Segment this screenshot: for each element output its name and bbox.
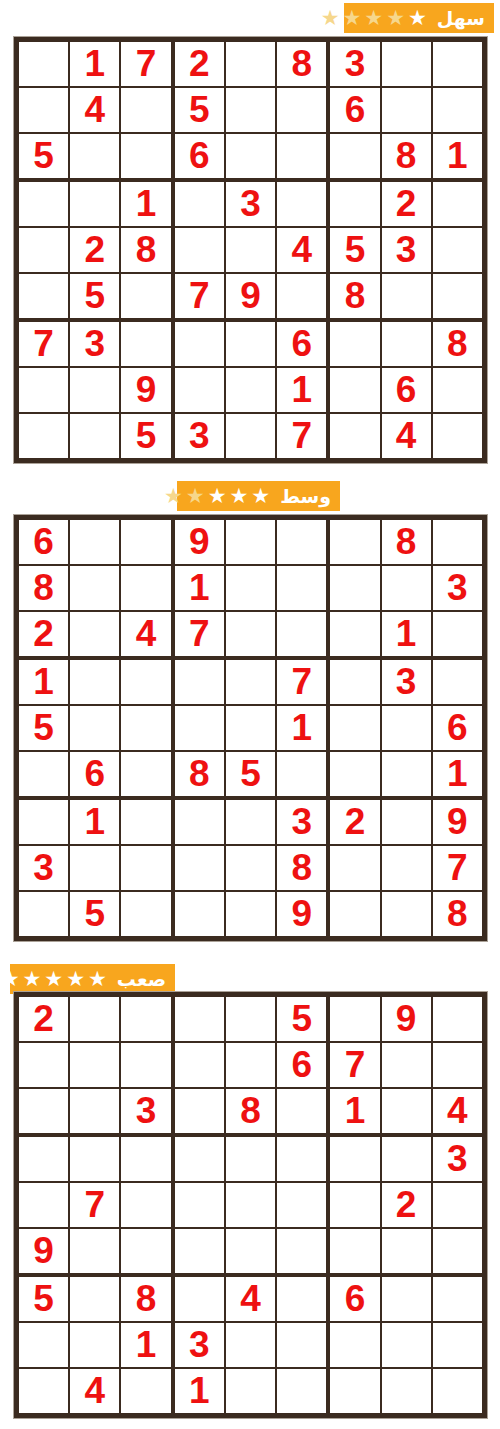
sudoku-block: 6	[330, 1277, 482, 1413]
cell-r9c3-empty	[121, 892, 170, 936]
cell-r6c5-given: 5	[226, 752, 275, 796]
sudoku-block: 32	[330, 1137, 482, 1273]
star-inactive-icon: ★	[386, 3, 405, 33]
cell-r5c9-empty	[433, 1183, 482, 1227]
cell-r5c6-given: 4	[277, 228, 326, 272]
cell-r5c8-empty	[382, 706, 431, 750]
cell-r9c7-empty	[330, 1369, 379, 1413]
cell-r4c3-empty	[121, 1137, 170, 1181]
star-filled-icon: ★	[44, 964, 63, 994]
cell-r6c1-empty	[19, 274, 68, 318]
cell-r1c6-empty	[277, 520, 326, 564]
sudoku-block: 3479	[175, 182, 327, 318]
cell-r6c7-empty	[330, 1229, 379, 1273]
cell-r3c3-empty	[121, 134, 170, 178]
cell-r8c4-given: 3	[175, 1323, 224, 1367]
cell-r5c1-given: 5	[19, 706, 68, 750]
star-filled-icon: ★	[230, 481, 249, 511]
sudoku-block: 2978	[330, 800, 482, 936]
cell-r7c8-empty	[382, 1277, 431, 1321]
cell-r2c8-empty	[382, 88, 431, 132]
cell-r1c1-given: 6	[19, 520, 68, 564]
star-inactive-icon: ★	[164, 481, 183, 511]
cell-r5c1-empty	[19, 1183, 68, 1227]
cell-r8c5-empty	[226, 846, 275, 890]
cell-r4c3-given: 1	[121, 182, 170, 226]
cell-r7c9-given: 8	[433, 322, 482, 366]
cell-r5c3-given: 8	[121, 228, 170, 272]
cell-r1c3-empty	[121, 997, 170, 1041]
cell-r6c3-empty	[121, 274, 170, 318]
cell-r7c4-empty	[175, 1277, 224, 1321]
cell-r8c7-empty	[330, 846, 379, 890]
cell-r1c3-empty	[121, 520, 170, 564]
cell-r1c1-empty	[19, 42, 68, 86]
cell-r2c2-empty	[70, 1043, 119, 1087]
cell-r2c7-given: 7	[330, 1043, 379, 1087]
cell-r3c7-given: 1	[330, 1089, 379, 1133]
cell-r2c5-empty	[226, 566, 275, 610]
star-inactive-icon: ★	[321, 3, 340, 33]
cell-r4c4-empty	[175, 660, 224, 704]
cell-r7c9-empty	[433, 1277, 482, 1321]
cell-r6c8-empty	[382, 274, 431, 318]
cell-r4c6-empty	[277, 182, 326, 226]
cell-r8c1-empty	[19, 368, 68, 412]
sudoku-block: 3681	[330, 42, 482, 178]
cell-r6c4-empty	[175, 1229, 224, 1273]
cell-r5c7-empty	[330, 1183, 379, 1227]
cell-r9c3-empty	[121, 1369, 170, 1413]
cell-r8c8-empty	[382, 1323, 431, 1367]
cell-r6c6-empty	[277, 1229, 326, 1273]
cell-r8c2-empty	[70, 368, 119, 412]
cell-r9c7-empty	[330, 892, 379, 936]
cell-r4c8-given: 3	[382, 660, 431, 704]
cell-r1c5-empty	[226, 42, 275, 86]
cell-r1c7-given: 3	[330, 42, 379, 86]
cell-r1c4-empty	[175, 997, 224, 1041]
cell-r3c6-empty	[277, 612, 326, 656]
cell-r6c4-given: 8	[175, 752, 224, 796]
cell-r3c8-empty	[382, 1089, 431, 1133]
cell-r7c9-given: 9	[433, 800, 482, 844]
cell-r5c4-empty	[175, 706, 224, 750]
cell-r1c8-empty	[382, 42, 431, 86]
sudoku-block: 2538	[330, 182, 482, 318]
cell-r1c6-given: 5	[277, 997, 326, 1041]
cell-r8c1-given: 3	[19, 846, 68, 890]
sudoku-grid-medium: 682491783115671853611353892978	[14, 515, 487, 941]
cell-r8c7-empty	[330, 1323, 379, 1367]
cell-r3c3-given: 3	[121, 1089, 170, 1133]
cell-r5c5-empty	[226, 706, 275, 750]
cell-r1c2-empty	[70, 997, 119, 1041]
cell-r5c3-empty	[121, 1183, 170, 1227]
cell-r6c9-empty	[433, 1229, 482, 1273]
cell-r3c1-given: 2	[19, 612, 68, 656]
cell-r7c5-given: 4	[226, 1277, 275, 1321]
cell-r9c9-empty	[433, 1369, 482, 1413]
cell-r1c5-empty	[226, 997, 275, 1041]
sudoku-grid-easy: 17452856368112853479253873956137864	[14, 37, 487, 463]
cell-r1c9-empty	[433, 520, 482, 564]
cell-r6c5-empty	[226, 1229, 275, 1273]
cell-r8c4-empty	[175, 846, 224, 890]
cell-r7c2-given: 3	[70, 322, 119, 366]
sudoku-block: 7395	[19, 322, 171, 458]
cell-r4c7-empty	[330, 660, 379, 704]
cell-r6c4-given: 7	[175, 274, 224, 318]
cell-r9c6-given: 9	[277, 892, 326, 936]
sudoku-block	[175, 1137, 327, 1273]
cell-r2c7-empty	[330, 566, 379, 610]
cell-r7c3-empty	[121, 800, 170, 844]
cell-r6c7-given: 8	[330, 274, 379, 318]
cell-r2c3-empty	[121, 1043, 170, 1087]
cell-r4c5-empty	[226, 660, 275, 704]
cell-r9c9-given: 8	[433, 892, 482, 936]
cell-r5c4-empty	[175, 228, 224, 272]
star-filled-icon: ★	[208, 481, 227, 511]
cell-r5c8-given: 3	[382, 228, 431, 272]
cell-r2c8-empty	[382, 1043, 431, 1087]
cell-r4c4-empty	[175, 182, 224, 226]
cell-r3c8-given: 1	[382, 612, 431, 656]
cell-r3c1-given: 5	[19, 134, 68, 178]
cell-r5c2-empty	[70, 706, 119, 750]
cell-r8c9-empty	[433, 1323, 482, 1367]
sudoku-block: 917	[175, 520, 327, 656]
sudoku-block: 431	[175, 1277, 327, 1413]
cell-r3c9-given: 1	[433, 134, 482, 178]
cell-r6c7-empty	[330, 752, 379, 796]
cell-r2c5-empty	[226, 1043, 275, 1087]
cell-r1c1-given: 2	[19, 997, 68, 1041]
cell-r1c5-empty	[226, 520, 275, 564]
cell-r6c3-empty	[121, 1229, 170, 1273]
cell-r5c2-given: 2	[70, 228, 119, 272]
cell-r5c6-given: 1	[277, 706, 326, 750]
cell-r6c5-given: 9	[226, 274, 275, 318]
cell-r5c1-empty	[19, 228, 68, 272]
cell-r9c8-given: 4	[382, 414, 431, 458]
cell-r9c3-given: 5	[121, 414, 170, 458]
cell-r7c1-given: 5	[19, 1277, 68, 1321]
cell-r5c6-empty	[277, 1183, 326, 1227]
cell-r1c9-empty	[433, 997, 482, 1041]
star-filled-icon: ★	[66, 964, 85, 994]
cell-r3c2-empty	[70, 1089, 119, 1133]
cell-r8c3-empty	[121, 846, 170, 890]
cell-r4c8-given: 2	[382, 182, 431, 226]
cell-r7c4-empty	[175, 322, 224, 366]
cell-r8c9-given: 7	[433, 846, 482, 890]
cell-r3c2-empty	[70, 612, 119, 656]
cell-r5c3-empty	[121, 706, 170, 750]
cell-r7c8-empty	[382, 800, 431, 844]
cell-r7c3-empty	[121, 322, 170, 366]
cell-r9c5-empty	[226, 1369, 275, 1413]
cell-r4c1-empty	[19, 182, 68, 226]
cell-r2c4-given: 5	[175, 88, 224, 132]
cell-r9c1-empty	[19, 892, 68, 936]
cell-r4c1-given: 1	[19, 660, 68, 704]
sudoku-block: 5814	[19, 1277, 171, 1413]
cell-r2c8-empty	[382, 566, 431, 610]
cell-r2c3-empty	[121, 566, 170, 610]
cell-r4c7-empty	[330, 1137, 379, 1181]
cell-r3c7-empty	[330, 612, 379, 656]
cell-r2c6-empty	[277, 566, 326, 610]
cell-r9c4-given: 1	[175, 1369, 224, 1413]
cell-r1c7-empty	[330, 997, 379, 1041]
cell-r5c7-given: 5	[330, 228, 379, 272]
sudoku-block: 6824	[19, 520, 171, 656]
cell-r9c4-given: 3	[175, 414, 224, 458]
cell-r8c4-empty	[175, 368, 224, 412]
cell-r8c6-empty	[277, 1323, 326, 1367]
cell-r8c8-empty	[382, 846, 431, 890]
cell-r7c4-empty	[175, 800, 224, 844]
cell-r1c3-given: 7	[121, 42, 170, 86]
cell-r3c5-given: 8	[226, 1089, 275, 1133]
cell-r5c4-empty	[175, 1183, 224, 1227]
sudoku-block: 361	[330, 660, 482, 796]
cell-r7c2-given: 1	[70, 800, 119, 844]
cell-r3c4-given: 6	[175, 134, 224, 178]
cell-r3c7-empty	[330, 134, 379, 178]
cell-r5c7-empty	[330, 706, 379, 750]
cell-r4c8-empty	[382, 1137, 431, 1181]
cell-r6c9-given: 1	[433, 752, 482, 796]
cell-r3c1-empty	[19, 1089, 68, 1133]
difficulty-banner-easy: سهل ★★★★★	[344, 3, 494, 33]
cell-r2c2-empty	[70, 566, 119, 610]
difficulty-banner-hard: صعب ★★★★★	[10, 964, 175, 994]
cell-r5c9-empty	[433, 228, 482, 272]
cell-r8c2-empty	[70, 846, 119, 890]
cell-r3c5-empty	[226, 134, 275, 178]
cell-r5c5-empty	[226, 228, 275, 272]
star-filled-icon: ★	[1, 964, 20, 994]
cell-r4c2-empty	[70, 182, 119, 226]
cell-r4c5-empty	[226, 1137, 275, 1181]
cell-r6c1-given: 9	[19, 1229, 68, 1273]
cell-r3c8-given: 8	[382, 134, 431, 178]
cell-r1c8-given: 8	[382, 520, 431, 564]
cell-r7c5-empty	[226, 322, 275, 366]
difficulty-label-medium: وسط	[280, 481, 331, 511]
cell-r6c1-empty	[19, 752, 68, 796]
cell-r1c8-given: 9	[382, 997, 431, 1041]
cell-r4c9-empty	[433, 660, 482, 704]
cell-r2c2-given: 4	[70, 88, 119, 132]
cell-r3c4-empty	[175, 1089, 224, 1133]
cell-r6c8-empty	[382, 752, 431, 796]
cell-r4c9-given: 3	[433, 1137, 482, 1181]
cell-r4c7-empty	[330, 182, 379, 226]
cell-r4c6-empty	[277, 1137, 326, 1181]
star-filled-icon: ★	[22, 964, 41, 994]
cell-r1c9-empty	[433, 42, 482, 86]
cell-r9c9-empty	[433, 414, 482, 458]
cell-r2c4-given: 1	[175, 566, 224, 610]
cell-r8c5-empty	[226, 368, 275, 412]
cell-r8c1-empty	[19, 1323, 68, 1367]
cell-r5c9-given: 6	[433, 706, 482, 750]
difficulty-stars-easy: ★★★★★	[321, 3, 427, 33]
cell-r2c7-given: 6	[330, 88, 379, 132]
cell-r7c3-given: 8	[121, 1277, 170, 1321]
cell-r4c9-empty	[433, 182, 482, 226]
cell-r5c8-given: 2	[382, 1183, 431, 1227]
cell-r6c8-empty	[382, 1229, 431, 1273]
sudoku-block: 6137	[175, 322, 327, 458]
cell-r7c6-given: 3	[277, 800, 326, 844]
cell-r8c5-empty	[226, 1323, 275, 1367]
cell-r9c2-given: 4	[70, 1369, 119, 1413]
cell-r6c9-empty	[433, 274, 482, 318]
cell-r8c6-given: 1	[277, 368, 326, 412]
cell-r5c2-given: 7	[70, 1183, 119, 1227]
difficulty-label-hard: صعب	[117, 964, 166, 994]
star-filled-icon: ★	[251, 481, 270, 511]
cell-r6c2-given: 6	[70, 752, 119, 796]
cell-r7c6-given: 6	[277, 322, 326, 366]
sudoku-block: 9714	[330, 997, 482, 1133]
sudoku-block: 389	[175, 800, 327, 936]
cell-r8c7-empty	[330, 368, 379, 412]
cell-r3c9-given: 4	[433, 1089, 482, 1133]
cell-r6c3-empty	[121, 752, 170, 796]
cell-r8c9-empty	[433, 368, 482, 412]
sudoku-block: 2856	[175, 42, 327, 178]
difficulty-label-easy: سهل	[437, 3, 485, 33]
sudoku-grid-hard: 235689714793258144316	[14, 992, 487, 1418]
sudoku-block: 1285	[19, 182, 171, 318]
cell-r7c6-empty	[277, 1277, 326, 1321]
sudoku-block: 864	[330, 322, 482, 458]
cell-r8c6-given: 8	[277, 846, 326, 890]
cell-r8c3-given: 1	[121, 1323, 170, 1367]
cell-r4c5-given: 3	[226, 182, 275, 226]
star-inactive-icon: ★	[364, 3, 383, 33]
cell-r6c2-given: 5	[70, 274, 119, 318]
star-filled-icon: ★	[408, 3, 427, 33]
cell-r9c6-given: 7	[277, 414, 326, 458]
star-inactive-icon: ★	[186, 481, 205, 511]
cell-r2c9-empty	[433, 1043, 482, 1087]
cell-r7c7-empty	[330, 322, 379, 366]
cell-r3c6-empty	[277, 134, 326, 178]
sudoku-block: 831	[330, 520, 482, 656]
cell-r1c7-empty	[330, 520, 379, 564]
cell-r2c4-empty	[175, 1043, 224, 1087]
sudoku-block: 135	[19, 800, 171, 936]
cell-r9c1-empty	[19, 1369, 68, 1413]
cell-r3c4-given: 7	[175, 612, 224, 656]
cell-r9c7-empty	[330, 414, 379, 458]
cell-r7c1-given: 7	[19, 322, 68, 366]
cell-r9c5-empty	[226, 414, 275, 458]
cell-r6c2-empty	[70, 1229, 119, 1273]
cell-r1c2-given: 1	[70, 42, 119, 86]
cell-r4c3-empty	[121, 660, 170, 704]
difficulty-stars-medium: ★★★★★	[164, 481, 270, 511]
cell-r1c6-given: 8	[277, 42, 326, 86]
cell-r4c6-given: 7	[277, 660, 326, 704]
cell-r9c5-empty	[226, 892, 275, 936]
cell-r7c7-given: 2	[330, 800, 379, 844]
cell-r3c2-empty	[70, 134, 119, 178]
sudoku-block: 23	[19, 997, 171, 1133]
sudoku-block: 79	[19, 1137, 171, 1273]
difficulty-stars-hard: ★★★★★	[1, 964, 107, 994]
sudoku-block: 156	[19, 660, 171, 796]
cell-r9c2-empty	[70, 414, 119, 458]
cell-r4c2-empty	[70, 660, 119, 704]
cell-r4c2-empty	[70, 1137, 119, 1181]
cell-r1c4-given: 2	[175, 42, 224, 86]
cell-r7c5-empty	[226, 800, 275, 844]
cell-r8c2-empty	[70, 1323, 119, 1367]
cell-r9c2-given: 5	[70, 892, 119, 936]
cell-r3c3-given: 4	[121, 612, 170, 656]
sudoku-block: 1745	[19, 42, 171, 178]
cell-r4c4-empty	[175, 1137, 224, 1181]
difficulty-banner-medium: وسط ★★★★★	[177, 481, 340, 511]
cell-r8c8-given: 6	[382, 368, 431, 412]
cell-r7c1-empty	[19, 800, 68, 844]
cell-r1c2-empty	[70, 520, 119, 564]
cell-r7c8-empty	[382, 322, 431, 366]
cell-r2c6-given: 6	[277, 1043, 326, 1087]
star-inactive-icon: ★	[343, 3, 362, 33]
cell-r7c2-empty	[70, 1277, 119, 1321]
cell-r6c6-empty	[277, 752, 326, 796]
cell-r7c7-given: 6	[330, 1277, 379, 1321]
cell-r3c6-empty	[277, 1089, 326, 1133]
sudoku-block: 7185	[175, 660, 327, 796]
cell-r2c9-given: 3	[433, 566, 482, 610]
cell-r8c3-given: 9	[121, 368, 170, 412]
cell-r6c6-empty	[277, 274, 326, 318]
cell-r5c5-empty	[226, 1183, 275, 1227]
sudoku-block: 568	[175, 997, 327, 1133]
cell-r9c4-empty	[175, 892, 224, 936]
cell-r4c1-empty	[19, 1137, 68, 1181]
star-filled-icon: ★	[88, 964, 107, 994]
cell-r1c4-given: 9	[175, 520, 224, 564]
cell-r9c1-empty	[19, 414, 68, 458]
cell-r9c8-empty	[382, 1369, 431, 1413]
cell-r2c1-given: 8	[19, 566, 68, 610]
cell-r9c8-empty	[382, 892, 431, 936]
cell-r2c6-empty	[277, 88, 326, 132]
cell-r2c9-empty	[433, 88, 482, 132]
cell-r2c1-empty	[19, 1043, 68, 1087]
cell-r2c3-empty	[121, 88, 170, 132]
cell-r2c1-empty	[19, 88, 68, 132]
cell-r3c9-empty	[433, 612, 482, 656]
cell-r2c5-empty	[226, 88, 275, 132]
cell-r3c5-empty	[226, 612, 275, 656]
cell-r9c6-empty	[277, 1369, 326, 1413]
